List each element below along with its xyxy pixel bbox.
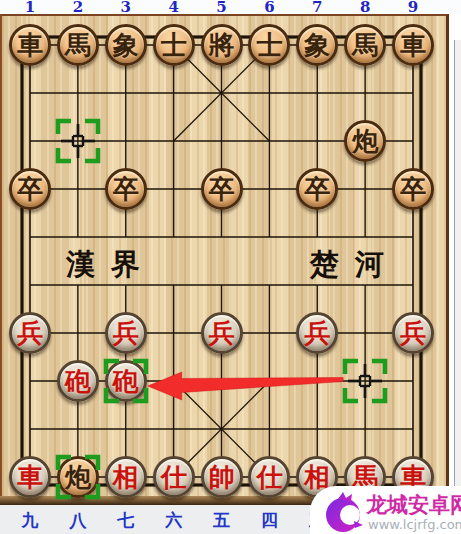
watermark-site-name: 龙城安卓网 <box>366 491 461 519</box>
piece-black-soldier[interactable]: 卒 <box>296 168 338 210</box>
groupbox-border <box>454 40 461 534</box>
watermark: 龙城安卓网 www.lcjrfg.com <box>310 486 461 534</box>
piece-black-general[interactable]: 將 <box>201 24 243 66</box>
file-labels-top: 123456789 <box>0 0 461 14</box>
piece-red-soldier[interactable]: 兵 <box>296 312 338 354</box>
piece-red-soldier[interactable]: 兵 <box>392 312 434 354</box>
piece-red-advisor[interactable]: 仕 <box>153 456 195 498</box>
piece-black-soldier[interactable]: 卒 <box>201 168 243 210</box>
file-label-bottom-3: 七 <box>113 509 139 532</box>
piece-black-chariot[interactable]: 車 <box>9 24 51 66</box>
piece-black-chariot[interactable]: 車 <box>392 24 434 66</box>
piece-red-cannon[interactable]: 砲 <box>57 360 99 402</box>
file-label-bottom-1: 九 <box>17 509 43 532</box>
file-label-bottom-6: 四 <box>256 509 282 532</box>
file-label-top-4: 4 <box>164 0 184 16</box>
piece-red-elephant[interactable]: 相 <box>105 456 147 498</box>
file-label-top-1: 1 <box>20 0 40 16</box>
piece-black-horse[interactable]: 馬 <box>344 24 386 66</box>
piece-red-chariot[interactable]: 車 <box>9 456 51 498</box>
piece-black-advisor[interactable]: 士 <box>153 24 195 66</box>
piece-red-soldier[interactable]: 兵 <box>105 312 147 354</box>
file-label-top-2: 2 <box>68 0 88 16</box>
crosshair-marker <box>341 357 389 405</box>
piece-red-soldier[interactable]: 兵 <box>201 312 243 354</box>
piece-red-soldier[interactable]: 兵 <box>9 312 51 354</box>
file-label-top-6: 6 <box>259 0 279 16</box>
file-label-top-9: 9 <box>403 0 423 16</box>
piece-black-soldier[interactable]: 卒 <box>105 168 147 210</box>
file-label-top-8: 8 <box>355 0 375 16</box>
piece-black-cannon[interactable]: 炮 <box>344 120 386 162</box>
piece-black-soldier[interactable]: 卒 <box>9 168 51 210</box>
selection-bracket <box>102 357 150 405</box>
piece-black-elephant[interactable]: 象 <box>296 24 338 66</box>
file-label-top-5: 5 <box>212 0 232 16</box>
dragon-logo-icon <box>324 492 364 534</box>
piece-black-horse[interactable]: 馬 <box>57 24 99 66</box>
file-label-top-7: 7 <box>307 0 327 16</box>
river-label-right: 楚河 <box>310 245 400 279</box>
file-label-bottom-4: 六 <box>161 509 187 532</box>
crosshair-marker <box>54 117 102 165</box>
xiangqi-app: 漢界 楚河 車馬象士將士象馬車炮卒卒卒卒卒兵兵兵兵兵砲砲車炮相仕帥仕相馬車 12… <box>0 0 461 534</box>
file-label-bottom-2: 八 <box>65 509 91 532</box>
piece-black-elephant[interactable]: 象 <box>105 24 147 66</box>
selection-bracket <box>54 453 102 501</box>
watermark-site-url: www.lcjrfg.com <box>368 517 461 532</box>
piece-black-soldier[interactable]: 卒 <box>392 168 434 210</box>
file-label-bottom-5: 五 <box>209 509 235 532</box>
river-label-left: 漢界 <box>66 245 156 279</box>
file-label-top-3: 3 <box>116 0 136 16</box>
piece-red-general[interactable]: 帥 <box>201 456 243 498</box>
side-panel-edge <box>449 14 461 534</box>
